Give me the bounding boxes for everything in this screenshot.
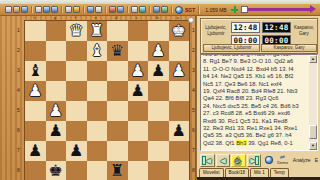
highlighted-move[interactable]: Bh3 (236, 140, 246, 146)
black-pawn: ♟ (69, 141, 83, 161)
black-pawn: ♟ (131, 81, 145, 101)
square-a7[interactable] (169, 141, 190, 161)
move-line[interactable]: Rxd6 30. Rc1 Qc5 31. Ka1 Red8 (203, 118, 310, 125)
toolbar-group-players (128, 6, 150, 13)
eval-icon[interactable] (161, 6, 168, 13)
toolbar-group-file (2, 6, 32, 13)
square-g5[interactable]: ♟ (46, 101, 67, 121)
square-c5[interactable] (128, 101, 149, 121)
square-d8[interactable]: ♜ (107, 161, 128, 180)
square-b7[interactable] (148, 141, 169, 161)
move-line[interactable]: 8. Rg1 Be7 9. Be3 O-O 10. Qd2 a6 (203, 58, 310, 65)
black-pawn: ♟ (151, 61, 165, 81)
square-e2[interactable]: ♝ (87, 41, 108, 61)
square-b5[interactable] (148, 101, 169, 121)
database-size-label: 1.059 MB (205, 7, 226, 13)
white-bishop: ♝ (90, 41, 104, 61)
comment-icon[interactable] (95, 6, 102, 13)
clock-group: Ljubojevic, Ljubomir 12:48 00:00 12:48 0… (200, 18, 318, 54)
toolbar-group-go (32, 6, 62, 13)
square-f1[interactable]: ♛ (66, 21, 87, 41)
first-move-button[interactable]: ◀ (200, 154, 215, 167)
square-g1[interactable] (46, 21, 67, 41)
square-a2[interactable] (169, 41, 190, 61)
square-a6[interactable]: ♟ (169, 121, 190, 141)
square-c2[interactable] (128, 41, 149, 61)
move-line[interactable]: 19. Qxf4 Rac8 20. Bd4 Rfe8 21. Nb3 (203, 88, 310, 95)
scrollbar-thumb[interactable] (309, 125, 317, 139)
white-name-line2: Ljubomir (202, 31, 230, 37)
square-a4[interactable] (169, 81, 190, 101)
square-b4[interactable] (148, 81, 169, 101)
toolbar-group-engine (150, 6, 172, 13)
square-e7[interactable] (87, 141, 108, 161)
analyze-button[interactable]: Analyze (293, 157, 311, 163)
search-icon[interactable] (51, 6, 58, 13)
square-h1[interactable] (25, 21, 46, 41)
black-name-line2: Gary (291, 31, 317, 37)
move-list-scrollbar[interactable]: ▲ ▼ (309, 55, 317, 150)
notation-panel: Ljubojevic, Ljubomir 12:48 00:00 12:48 0… (196, 16, 320, 180)
scroll-up-icon[interactable]: ▲ (309, 55, 317, 63)
black-name-line1: Kasparov, (291, 25, 317, 31)
toolbar-group-train (106, 6, 128, 13)
white-queen: ♛ (69, 21, 83, 41)
clock-icon[interactable] (117, 6, 124, 13)
square-c8[interactable] (128, 161, 149, 180)
flip-board-icon[interactable] (65, 6, 72, 13)
square-a1[interactable]: ♚ (169, 21, 190, 41)
rank-label-7: 7 (14, 140, 23, 160)
square-d5[interactable] (107, 101, 128, 121)
square-f8[interactable] (66, 161, 87, 180)
square-e6[interactable] (87, 121, 108, 141)
white-pawn: ♟ (28, 81, 42, 101)
black-king: ♚ (49, 161, 63, 180)
rank-label-2: 2 (14, 40, 23, 60)
open-book-icon[interactable] (13, 6, 20, 13)
square-h5[interactable] (25, 101, 46, 121)
rank-label-8: 8 (14, 160, 23, 180)
white-pawn: ♟ (131, 61, 145, 81)
rank-label-4: 4 (14, 80, 23, 100)
square-f5[interactable] (66, 101, 87, 121)
last-move-button[interactable]: ▶ (247, 154, 262, 167)
square-c6[interactable] (128, 121, 149, 141)
go-icon[interactable] (35, 6, 42, 13)
move-line[interactable]: Qa5 35. a3 Qd5 36. Be2 g6 37. h4 (203, 132, 310, 139)
square-e8[interactable] (87, 161, 108, 180)
move-line[interactable]: b4 14. Ne2 Qa5 15. Kb1 e5 16. Bf2 (203, 73, 310, 80)
square-b3[interactable]: ♟ (148, 61, 169, 81)
demo-label: Demo (277, 160, 288, 165)
toolbar-group-web: SGT (172, 6, 199, 14)
square-f3[interactable] (66, 61, 87, 81)
white-pawn: ♟ (151, 41, 165, 61)
rank-label-3: 3 (14, 60, 23, 80)
back-button[interactable]: ◀ (216, 154, 231, 167)
move-line-current[interactable]: Qd2 38. Qf1 Bh3 39. Qg1 Re8, 0-1 (203, 140, 310, 147)
chess-app-window: SGT 1.059 MB hgfedcba 12345678 12345678 … (0, 0, 320, 180)
square-a5[interactable] (169, 101, 190, 121)
square-f7[interactable]: ♟ (66, 141, 87, 161)
back-icon: ◀ (220, 154, 225, 167)
square-h4[interactable]: ♟ (25, 81, 46, 101)
side-to-move-indicator (188, 17, 194, 23)
black-player-name: Kasparov, Gary (291, 25, 317, 36)
black-player-plate: Kasparov, Gary (261, 44, 317, 52)
square-e5[interactable] (87, 101, 108, 121)
square-b1[interactable] (148, 21, 169, 41)
square-g6[interactable]: ♟ (46, 121, 67, 141)
square-h7[interactable]: ♟ (25, 141, 46, 161)
demo-button[interactable]: ⇄ Demo (277, 155, 288, 165)
square-g3[interactable] (46, 61, 67, 81)
scroll-down-icon[interactable]: ▼ (309, 142, 317, 150)
move-line[interactable]: 32. Re3 Rd1 33. Re1 Rxe1 34. Rxe1 (203, 125, 310, 132)
last-move-icon: ▶ (250, 154, 255, 167)
annotation-arrow (248, 8, 310, 11)
globe-icon[interactable] (175, 6, 183, 14)
square-h6[interactable] (25, 121, 46, 141)
new-board-icon[interactable] (5, 6, 12, 13)
square-d2[interactable]: ♛ (107, 41, 128, 61)
move-line[interactable]: Nc5 17. Qe3 Be6 18. Nc1 exf4 (203, 81, 310, 88)
black-pawn: ♟ (28, 141, 42, 161)
square-c4[interactable]: ♟ (128, 81, 149, 101)
demo-globe-icon[interactable] (265, 156, 273, 164)
training-icon[interactable] (109, 6, 116, 13)
toolbar-group-edit (84, 6, 106, 13)
white-pawn: ♟ (49, 101, 63, 121)
white-name-line1: Ljubojevic, (202, 25, 230, 31)
square-a8[interactable] (169, 161, 190, 180)
navigation-controls: ◀ ◀ ▶ ▶ ⇄ Demo Analyze E (200, 153, 318, 167)
engine-icon[interactable] (153, 6, 160, 13)
white-clock-main: 12:48 (231, 22, 260, 33)
white-player-name: Ljubojevic, Ljubomir (202, 25, 230, 36)
players-icon[interactable] (131, 6, 138, 13)
square-b6[interactable] (148, 121, 169, 141)
black-queen: ♛ (110, 41, 124, 61)
white-king: ♚ (172, 21, 186, 41)
square-e4[interactable] (87, 81, 108, 101)
white-player-plate: Ljubojevic, Ljubomir (203, 44, 260, 52)
move-text[interactable]: Qd2 38. Qf1 (203, 140, 236, 146)
square-g8[interactable]: ♚ (46, 161, 67, 180)
square-d7[interactable] (107, 141, 128, 161)
move-list[interactable]: Nf6 5. Nc3 d6 6. g4 Nc6 7. g5 Nd7 8. Rg1… (200, 54, 318, 151)
square-d1[interactable] (107, 21, 128, 41)
rank-label-5: 5 (14, 100, 23, 120)
window-bottom-edge (197, 177, 320, 180)
move-line[interactable]: 11. O-O-O Nxd4 12. Bxd4 b5 13. f4 (203, 66, 310, 73)
toolbar: SGT 1.059 MB (0, 4, 320, 16)
board: ♛♜♚♝♛♟♝♟♟♟♟♟♟♟♟♟♟♚♜ (24, 20, 190, 180)
black-rook: ♜ (110, 161, 124, 180)
square-c7[interactable] (128, 141, 149, 161)
rank-label-6: 6 (14, 120, 23, 140)
square-e1[interactable]: ♜ (87, 21, 108, 41)
square-f4[interactable] (66, 81, 87, 101)
move-line[interactable]: 24. Nxc5 dxc5 25. Be5 c4 26. Bd6 b3 (203, 103, 310, 110)
grid-view-icon[interactable] (241, 6, 248, 13)
move-line[interactable]: 27. c3 Rcd8 28. e5 Bxd6 29. exd6 (203, 110, 310, 117)
square-f2[interactable] (66, 41, 87, 61)
square-g2[interactable] (46, 41, 67, 61)
square-g4[interactable] (46, 81, 67, 101)
black-pawn: ♟ (172, 121, 186, 141)
board-panel: hgfedcba 12345678 12345678 ♛♜♚♝♛♟♝♟♟♟♟♟♟… (0, 16, 196, 180)
square-d6[interactable] (107, 121, 128, 141)
black-pawn: ♟ (49, 121, 63, 141)
add-icon[interactable] (231, 6, 238, 13)
square-h2[interactable] (25, 41, 46, 61)
square-h8[interactable] (25, 161, 46, 180)
bar-icon (256, 157, 258, 164)
square-h3[interactable]: ♝ (25, 61, 46, 81)
move-list-text[interactable]: Nf6 5. Nc3 d6 6. g4 Nc6 7. g5 Nd7 8. Rg1… (202, 55, 310, 150)
tournament-icon[interactable] (139, 6, 146, 13)
annotate-icon[interactable] (87, 6, 94, 13)
first-move-icon: ◀ (206, 154, 211, 167)
white-rook: ♜ (90, 21, 104, 41)
candle-icon[interactable] (73, 6, 80, 13)
rank-label-1: 1 (14, 20, 23, 40)
square-c3[interactable]: ♟ (128, 61, 149, 81)
move-text[interactable]: 39. Qg1 Re8, 0-1 (247, 140, 293, 146)
black-bishop: ♝ (28, 61, 42, 81)
toolbar-group-board (62, 6, 84, 13)
copy-icon[interactable] (21, 6, 28, 13)
black-clock-main: 12:48 (262, 22, 291, 33)
square-g7[interactable] (46, 141, 67, 161)
square-d3[interactable] (107, 61, 128, 81)
square-b8[interactable] (148, 161, 169, 180)
toolbar-badge: SGT (185, 7, 195, 13)
square-b2[interactable]: ♟ (148, 41, 169, 61)
rank-labels-left: 12345678 (14, 20, 23, 180)
square-e3[interactable] (87, 61, 108, 81)
move-line[interactable]: Qa4 22. Bf6 Bf8 23. Rg3 Qc6 (203, 95, 310, 102)
white-pawn: ♟ (172, 61, 186, 81)
square-f6[interactable] (66, 121, 87, 141)
square-a3[interactable]: ♟ (169, 61, 190, 81)
square-c1[interactable] (128, 21, 149, 41)
pieces-icon[interactable] (43, 6, 50, 13)
square-d4[interactable] (107, 81, 128, 101)
clipped-button[interactable]: E (315, 157, 318, 163)
